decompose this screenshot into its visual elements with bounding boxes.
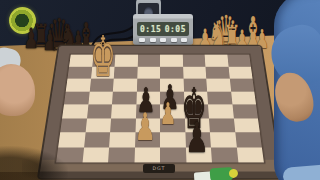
broadcaster-logo-icon — [9, 7, 36, 34]
square — [160, 147, 186, 162]
chess-clock: 0:15 0:05 — [133, 14, 193, 45]
square — [236, 147, 264, 162]
square — [113, 79, 137, 92]
clock-display: 0:15 0:05 — [137, 22, 189, 36]
square — [185, 147, 211, 162]
board-squares — [56, 55, 264, 163]
yellow-cap — [229, 169, 239, 179]
square — [87, 104, 112, 118]
board-frame — [39, 46, 281, 178]
clock-buttons — [139, 38, 187, 43]
square — [210, 132, 236, 147]
square — [89, 79, 113, 92]
square — [182, 55, 205, 67]
square — [67, 66, 91, 78]
square — [184, 118, 209, 132]
square — [183, 66, 207, 78]
square — [66, 79, 91, 92]
square — [60, 118, 86, 132]
square — [160, 132, 185, 147]
square — [136, 79, 160, 92]
square — [205, 55, 229, 67]
square — [184, 104, 209, 118]
square — [231, 91, 256, 104]
board-corner-shadow — [0, 146, 68, 180]
square — [114, 66, 138, 78]
square — [183, 79, 207, 92]
square — [228, 66, 252, 78]
square — [109, 132, 135, 147]
square — [69, 55, 93, 67]
square — [235, 132, 262, 147]
square — [108, 147, 134, 162]
square — [58, 132, 85, 147]
square — [232, 104, 258, 118]
square — [160, 79, 184, 92]
square — [135, 132, 160, 147]
square — [88, 91, 113, 104]
square — [206, 79, 230, 92]
square — [136, 91, 160, 104]
video-frame: 0:15 0:05 ♟♜♟♛♞♟♝ ♛♟♞♜♟♝♟ DGT ♚♟♟♟♟♚♟ — [0, 0, 320, 180]
board-brand-label: DGT — [153, 166, 166, 172]
square — [135, 118, 160, 132]
square — [160, 66, 183, 78]
square — [85, 118, 111, 132]
square — [112, 91, 136, 104]
square — [92, 55, 116, 67]
square — [136, 104, 160, 118]
clock-time-right: 0:05 — [165, 25, 186, 34]
square — [209, 118, 235, 132]
square — [82, 147, 109, 162]
square — [64, 91, 89, 104]
square — [137, 55, 160, 67]
square — [227, 55, 251, 67]
chess-board — [39, 46, 281, 178]
scoresheet-and-wrapper — [194, 166, 243, 180]
square — [184, 91, 208, 104]
square — [84, 132, 110, 147]
square — [111, 104, 136, 118]
square — [137, 66, 160, 78]
square — [211, 147, 238, 162]
square — [115, 55, 138, 67]
board-brand-plaque: DGT — [143, 164, 175, 173]
square — [160, 104, 184, 118]
square — [160, 118, 185, 132]
square — [134, 147, 160, 162]
square — [62, 104, 88, 118]
square — [160, 91, 184, 104]
square — [185, 132, 211, 147]
square — [205, 66, 229, 78]
square — [160, 55, 183, 67]
square — [207, 91, 232, 104]
square — [110, 118, 135, 132]
clock-time-left: 0:15 — [140, 25, 161, 34]
square — [229, 79, 254, 92]
square — [91, 66, 115, 78]
square — [233, 118, 259, 132]
square — [208, 104, 233, 118]
